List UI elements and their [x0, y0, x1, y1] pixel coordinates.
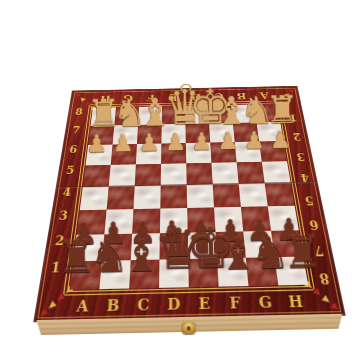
square-a5[interactable]	[83, 165, 111, 187]
product-photo-scene: HGFEDCBA ABCDEFGH 87654321 12345678 ♜♞♝♛…	[0, 0, 360, 360]
piece-dark-knight[interactable]: ♞	[89, 236, 122, 278]
piece-light-knight[interactable]: ♞	[112, 95, 138, 132]
corner-chevron-icon	[47, 300, 57, 310]
square-f5[interactable]	[211, 162, 238, 184]
corner-chevron-icon	[321, 295, 331, 305]
piece-dark-knight[interactable]: ♞	[250, 232, 283, 274]
coordinate-label: E	[189, 296, 220, 312]
piece-light-pawn[interactable]: ♟	[241, 129, 268, 152]
piece-light-pawn[interactable]: ♟	[215, 130, 242, 153]
piece-light-pawn[interactable]: ♟	[136, 132, 163, 155]
coordinate-label: 3	[294, 141, 306, 161]
corner-chevron-icon	[330, 302, 340, 312]
square-e5[interactable]	[186, 163, 212, 185]
square-e4[interactable]	[187, 184, 214, 208]
square-c5[interactable]	[135, 164, 161, 186]
coordinate-label: 7	[70, 126, 81, 145]
piece-dark-bishop[interactable]: ♝	[121, 235, 154, 277]
coordinate-label: 5	[64, 166, 75, 188]
piece-dark-bishop[interactable]: ♝	[218, 233, 251, 275]
square-a4[interactable]	[80, 187, 109, 211]
piece-dark-queen[interactable]: ♛	[153, 223, 186, 276]
square-f4[interactable]	[213, 184, 241, 208]
coordinate-label: 5	[301, 182, 314, 205]
square-g4[interactable]	[239, 183, 268, 207]
clasp-icon[interactable]	[182, 322, 196, 334]
coordinate-label: B	[97, 298, 129, 314]
piece-light-bishop[interactable]: ♝	[138, 94, 164, 131]
piece-light-pawn[interactable]: ♟	[84, 133, 111, 156]
coordinate-label: 4	[297, 161, 309, 183]
square-b5[interactable]	[109, 164, 136, 186]
piece-light-pawn[interactable]: ♟	[267, 129, 294, 152]
piece-light-knight[interactable]: ♞	[240, 92, 266, 129]
coordinate-label: C	[128, 297, 159, 313]
coordinate-label: 4	[60, 187, 72, 210]
piece-light-bishop[interactable]: ♝	[214, 93, 240, 130]
square-h4[interactable]	[265, 183, 295, 207]
piece-dark-king[interactable]: ♚	[185, 223, 218, 276]
square-g5[interactable]	[237, 162, 265, 184]
file-labels-bottom: ABCDEFGH	[66, 292, 313, 317]
corner-chevron-icon	[39, 308, 49, 318]
coordinate-label: A	[66, 298, 98, 314]
piece-light-queen[interactable]: ♛	[163, 84, 189, 130]
coordinate-label: D	[159, 296, 190, 312]
piece-dark-rook[interactable]: ♜	[282, 231, 315, 273]
coordinate-label: H	[280, 294, 313, 310]
square-d4[interactable]	[160, 185, 187, 209]
coordinate-label: F	[219, 295, 251, 311]
piece-light-rook[interactable]: ♜	[265, 92, 291, 129]
square-d5[interactable]	[161, 163, 187, 185]
square-c4[interactable]	[133, 185, 160, 209]
piece-light-rook[interactable]: ♜	[87, 95, 113, 132]
piece-light-king[interactable]: ♚	[189, 84, 215, 130]
piece-light-pawn[interactable]: ♟	[110, 132, 137, 155]
coordinate-label: 6	[67, 145, 78, 166]
piece-light-pawn[interactable]: ♟	[189, 131, 216, 154]
square-h5[interactable]	[262, 161, 291, 183]
coordinate-label: 8	[73, 108, 83, 126]
piece-light-pawn[interactable]: ♟	[162, 131, 189, 154]
piece-dark-rook[interactable]: ♜	[57, 236, 90, 278]
coordinate-label: G	[249, 295, 281, 311]
square-b4[interactable]	[107, 186, 135, 210]
board-tilt-wrapper: HGFEDCBA ABCDEFGH 87654321 12345678 ♜♞♝♛…	[0, 0, 360, 360]
